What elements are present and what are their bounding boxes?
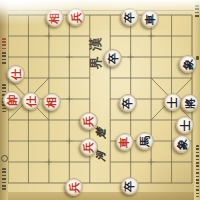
piece-glyph: 車 — [119, 137, 130, 148]
piece-black-17[interactable]: 將 — [181, 94, 199, 112]
piece-glyph: 將 — [185, 98, 196, 109]
piece-black-18[interactable]: 士 — [176, 116, 194, 134]
river-text-han: 漢 — [89, 38, 102, 51]
left-strip-print-1 — [2, 52, 6, 66]
piece-black-14[interactable]: 象 — [179, 55, 197, 73]
river-text-jie: 界 — [89, 56, 102, 69]
piece-red-6[interactable]: 相 — [43, 93, 61, 111]
piece-red-7[interactable]: 兵 — [80, 112, 98, 130]
piece-black-20[interactable]: 象 — [173, 135, 191, 153]
piece-glyph: 士 — [180, 120, 191, 131]
piece-glyph: 相 — [46, 97, 57, 108]
piece-black-16[interactable]: 士 — [164, 93, 182, 111]
piece-red-9[interactable]: 車 — [116, 133, 134, 151]
piece-red-3[interactable]: 仕 — [7, 65, 25, 83]
piece-glyph: 仕 — [11, 69, 22, 80]
piece-black-19[interactable]: 馬 — [136, 132, 154, 150]
piece-red-8[interactable]: 兵 — [80, 138, 98, 156]
piece-red-4[interactable]: 帥 — [3, 91, 21, 109]
left-strip-circle-mark — [1, 155, 8, 162]
piece-black-15[interactable]: 卒 — [119, 94, 137, 112]
piece-glyph: 兵 — [69, 182, 80, 193]
piece-glyph: 兵 — [83, 142, 94, 153]
piece-glyph: 馬 — [140, 136, 151, 147]
piece-glyph: 仕 — [26, 96, 37, 107]
left-strip-red-print — [2, 38, 6, 50]
photo-topleft-haze — [0, 0, 90, 26]
river-text-he: 河 — [96, 150, 106, 161]
xiangqi-board-photo: 漢 界 楚 河 相兵仕帥仕相兵兵車兵卒車卒象卒士將士馬象卒 — [0, 0, 200, 200]
river-text-chu: 楚 — [96, 127, 106, 138]
right-strip-print-2 — [196, 145, 200, 197]
photo-bottomright-shade — [130, 150, 200, 200]
piece-glyph: 象 — [177, 139, 188, 150]
piece-glyph: 士 — [167, 97, 178, 108]
piece-glyph: 帥 — [7, 95, 18, 106]
piece-glyph: 兵 — [83, 116, 94, 127]
piece-glyph: 卒 — [124, 181, 135, 192]
piece-glyph: 象 — [183, 59, 194, 70]
piece-glyph: 卒 — [108, 53, 119, 64]
left-strip-print-3 — [2, 168, 6, 190]
piece-black-21[interactable]: 卒 — [121, 177, 139, 195]
piece-glyph: 卒 — [122, 98, 133, 109]
